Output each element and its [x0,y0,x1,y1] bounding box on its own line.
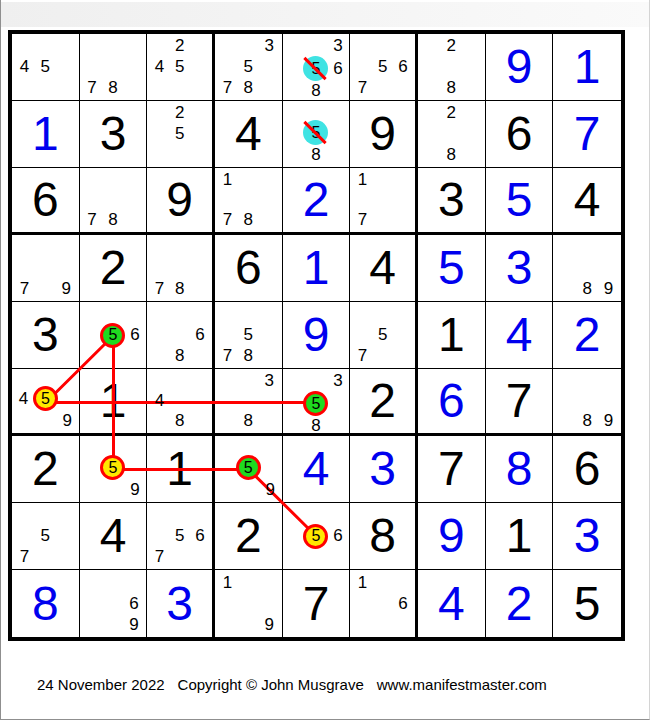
given-digit: 4 [369,244,396,292]
cell-r9c5[interactable]: 7 [283,570,351,637]
cell-r3c8[interactable]: 5 [486,168,554,235]
candidate-digit: 2 [175,36,184,56]
pencil-marks: 57 [352,304,413,366]
candidate-digit: 8 [582,279,591,299]
cell-r4c4[interactable]: 6 [215,235,283,302]
pencil-marks: 78 [82,36,145,98]
cell-r6c5[interactable]: 358 [283,369,351,436]
candidate-digit: 8 [311,145,320,165]
cell-r4c1[interactable]: 79 [12,235,80,302]
candidate-digit: 2 [447,103,456,123]
cell-r7c8[interactable]: 8 [486,436,554,503]
cell-r1c4[interactable]: 3578 [215,34,283,101]
candidate-digit: 7 [223,78,232,98]
cell-r9c7[interactable]: 4 [418,570,486,637]
green-chain-node-circle: 5 [236,455,261,480]
candidate-digit: 8 [447,78,456,98]
solved-digit: 4 [438,580,465,628]
given-digit: 9 [369,110,396,158]
candidate-digit: 8 [244,210,253,230]
cell-r5c7[interactable]: 1 [418,302,486,369]
given-digit: 7 [303,580,330,628]
candidate-digit: 5 [244,325,253,345]
candidate-digit: 8 [447,145,456,165]
pencil-marks: 89 [555,237,619,299]
candidate-digit: 6 [195,325,204,345]
cell-r7c6[interactable]: 3 [350,436,418,503]
candidate-digit: 3 [333,36,342,56]
cell-r1c9[interactable]: 1 [553,34,621,101]
cell-r8c8[interactable]: 1 [486,503,554,570]
solved-digit: 1 [574,43,601,91]
candidate-digit: 9 [61,279,70,299]
pencil-marks: 58 [285,103,348,165]
board-grid: 4578245357835685672891132545892867678917… [12,34,621,637]
cell-r2c4[interactable]: 4 [215,101,283,168]
pencil-marks: 567 [149,505,210,567]
cell-r9c6[interactable]: 16 [350,570,418,637]
pencil-marks: 56 [285,505,348,567]
footer-copyright: Copyright © John Musgrave [178,676,364,693]
cell-r5c5[interactable]: 9 [283,302,351,369]
cell-r7c5[interactable]: 4 [283,436,351,503]
given-digit: 3 [438,176,465,224]
candidate-digit: 8 [311,81,320,101]
pencil-marks: 17 [352,170,413,230]
cell-r8c7[interactable]: 9 [418,503,486,570]
cell-r3c1[interactable]: 6 [12,168,80,235]
cell-r5c9[interactable]: 2 [553,302,621,369]
candidate-digit: 7 [358,78,367,98]
given-digit: 1 [100,377,127,425]
cell-r6c3[interactable]: 48 [147,369,215,436]
cell-r2c7[interactable]: 28 [418,101,486,168]
candidate-digit: 7 [223,346,232,366]
cell-r9c2[interactable]: 69 [80,570,148,637]
candidate-digit: 6 [333,526,342,546]
solved-digit: 2 [506,580,533,628]
candidate-digit: 6 [398,594,407,614]
cell-r4c3[interactable]: 78 [147,235,215,302]
cell-r9c8[interactable]: 2 [486,570,554,637]
pencil-marks: 459 [14,371,77,431]
given-digit: 4 [574,176,601,224]
cell-r5c6[interactable]: 57 [350,302,418,369]
given-digit: 5 [574,580,601,628]
candidate-digit: 1 [358,170,367,190]
cell-r9c1[interactable]: 8 [12,570,80,637]
pencil-marks: 358 [285,371,348,431]
cell-r1c1[interactable]: 45 [12,34,80,101]
candidate-digit: 8 [175,279,184,299]
pencil-marks: 3568 [285,36,348,98]
given-digit: 4 [100,512,127,560]
given-digit: 1 [506,512,533,560]
cell-r4c9[interactable]: 89 [553,235,621,302]
candidate-digit: 6 [398,57,407,77]
candidate-digit: 3 [264,36,273,56]
solved-digit: 3 [506,244,533,292]
pencil-marks: 45 [14,36,77,98]
cell-r3c4[interactable]: 178 [215,168,283,235]
cell-r4c5[interactable]: 1 [283,235,351,302]
solved-digit: 1 [32,110,59,158]
solved-digit: 3 [166,580,193,628]
solved-digit: 2 [574,311,601,359]
solved-digit: 4 [506,311,533,359]
candidate-digit: 7 [223,210,232,230]
pencil-marks: 56 [82,304,145,366]
eliminated-candidate-circle: 5 [303,56,328,81]
solved-digit: 8 [506,445,533,493]
given-digit: 7 [438,445,465,493]
footer-website: www.manifestmaster.com [377,676,547,693]
cell-r2c5[interactable]: 58 [283,101,351,168]
cell-r5c1[interactable]: 3 [12,302,80,369]
given-digit: 7 [506,377,533,425]
solved-digit: 7 [574,110,601,158]
yellow-chain-node-circle: 5 [303,524,328,549]
pencil-marks: 78 [82,170,145,230]
cell-r3c5[interactable]: 2 [283,168,351,235]
cell-r3c2[interactable]: 78 [80,168,148,235]
cell-r7c1[interactable]: 2 [12,436,80,503]
pencil-marks: 57 [14,505,77,567]
cell-r8c6[interactable]: 8 [350,503,418,570]
candidate-digit: 6 [130,325,139,345]
cell-r6c4[interactable]: 38 [215,369,283,436]
solved-digit: 6 [438,377,465,425]
candidate-digit: 5 [244,57,253,77]
candidate-digit: 8 [244,411,253,431]
candidate-digit: 5 [175,57,184,77]
cell-r2c3[interactable]: 25 [147,101,215,168]
cell-r1c8[interactable]: 9 [486,34,554,101]
cell-r9c3[interactable]: 3 [147,570,215,637]
given-digit: 6 [32,176,59,224]
given-digit: 9 [166,176,193,224]
cell-r1c3[interactable]: 245 [147,34,215,101]
candidate-digit: 7 [87,210,96,230]
pencil-marks: 59 [82,438,145,500]
cell-r8c2[interactable]: 4 [80,503,148,570]
cell-r4c2[interactable]: 2 [80,235,148,302]
cell-r4c8[interactable]: 3 [486,235,554,302]
pencil-marks: 3578 [217,36,280,98]
solved-digit: 5 [506,176,533,224]
candidate-digit: 9 [129,615,138,635]
candidate-digit: 7 [20,547,29,567]
solved-digit: 9 [438,512,465,560]
solved-digit: 2 [303,176,330,224]
cell-r3c9[interactable]: 4 [553,168,621,235]
pencil-marks: 25 [149,103,210,165]
cell-r6c2[interactable]: 1 [80,369,148,436]
candidate-digit: 8 [108,78,117,98]
cell-r3c6[interactable]: 17 [350,168,418,235]
cell-r7c9[interactable]: 6 [553,436,621,503]
pencil-marks: 79 [14,237,77,299]
given-digit: 6 [235,244,262,292]
cell-r6c6[interactable]: 2 [350,369,418,436]
pencil-marks: 19 [217,572,280,635]
candidate-digit: 8 [175,411,184,431]
cell-r5c4[interactable]: 578 [215,302,283,369]
candidate-digit: 6 [333,59,342,79]
candidate-digit: 8 [582,411,591,431]
candidate-digit: 1 [223,170,232,190]
green-chain-node-circle: 5 [100,323,125,348]
given-digit: 2 [32,445,59,493]
candidate-digit: 7 [155,279,164,299]
candidate-digit: 5 [41,57,50,77]
eliminated-candidate-circle: 5 [303,120,328,145]
candidate-digit: 4 [19,389,28,409]
cell-r8c1[interactable]: 57 [12,503,80,570]
candidate-digit: 5 [378,325,387,345]
given-digit: 1 [438,311,465,359]
given-digit: 6 [506,110,533,158]
pencil-marks: 28 [420,103,483,165]
pencil-marks: 567 [352,36,413,98]
cell-r5c8[interactable]: 4 [486,302,554,369]
given-digit: 8 [369,512,396,560]
window-frame: 4578245357835685672891132545892867678917… [0,0,650,720]
green-chain-node-circle: 5 [303,391,328,416]
candidate-digit: 5 [41,526,50,546]
cell-r7c3[interactable]: 1 [147,436,215,503]
candidate-digit: 2 [175,103,184,123]
cell-r1c5[interactable]: 3568 [283,34,351,101]
candidate-digit: 9 [130,480,139,500]
given-digit: 3 [100,110,127,158]
candidate-digit: 4 [20,57,29,77]
candidate-digit: 9 [63,411,72,431]
cell-r6c7[interactable]: 6 [418,369,486,436]
pencil-marks: 28 [420,36,483,98]
cell-r2c8[interactable]: 6 [486,101,554,168]
pencil-marks: 78 [149,237,210,299]
solved-digit: 8 [32,580,59,628]
candidate-digit: 5 [378,57,387,77]
cell-r6c9[interactable]: 89 [553,369,621,436]
candidate-digit: 9 [264,615,273,635]
candidate-digit: 1 [223,573,232,593]
solved-digit: 9 [303,311,330,359]
cell-r5c3[interactable]: 68 [147,302,215,369]
footer: 24 November 2022 Copyright © John Musgra… [37,676,547,693]
cell-r1c6[interactable]: 567 [350,34,418,101]
cell-r7c7[interactable]: 7 [418,436,486,503]
candidate-digit: 3 [333,371,342,391]
pencil-marks: 68 [149,304,210,366]
candidate-digit: 8 [108,210,117,230]
candidate-digit: 1 [358,573,367,593]
cell-r8c9[interactable]: 3 [553,503,621,570]
candidate-digit: 9 [604,279,613,299]
cell-r9c9[interactable]: 5 [553,570,621,637]
cell-r1c2[interactable]: 78 [80,34,148,101]
given-digit: 1 [166,445,193,493]
pencil-marks: 38 [217,371,280,431]
candidate-digit: 5 [175,124,184,144]
candidate-digit: 4 [155,391,164,411]
solved-digit: 9 [506,43,533,91]
yellow-chain-node-circle: 5 [100,455,125,480]
candidate-digit: 6 [195,526,204,546]
candidate-digit: 8 [244,78,253,98]
candidate-digit: 2 [447,36,456,56]
cell-r5c2[interactable]: 56 [80,302,148,369]
pencil-marks: 48 [149,371,210,431]
candidate-digit: 5 [175,526,184,546]
pencil-marks: 69 [82,572,145,635]
candidate-digit: 9 [604,411,613,431]
window-titlebar [1,2,649,27]
candidate-digit: 4 [155,57,164,77]
candidate-digit: 7 [20,279,29,299]
solved-digit: 5 [438,244,465,292]
pencil-marks: 59 [217,438,280,500]
cell-r9c4[interactable]: 19 [215,570,283,637]
yellow-chain-node-circle: 5 [33,386,58,411]
candidate-digit: 7 [358,210,367,230]
candidate-digit: 7 [358,346,367,366]
cell-r8c3[interactable]: 567 [147,503,215,570]
sudoku-board: 4578245357835685672891132545892867678917… [8,30,625,641]
cell-r2c2[interactable]: 3 [80,101,148,168]
cell-r8c4[interactable]: 2 [215,503,283,570]
cell-r1c7[interactable]: 28 [418,34,486,101]
solved-digit: 1 [303,244,330,292]
candidate-digit: 7 [155,547,164,567]
footer-date: 24 November 2022 [37,676,165,693]
pencil-marks: 178 [217,170,280,230]
cell-r2c6[interactable]: 9 [350,101,418,168]
solved-digit: 4 [303,445,330,493]
cell-r3c7[interactable]: 3 [418,168,486,235]
cell-r6c1[interactable]: 459 [12,369,80,436]
solved-digit: 3 [574,512,601,560]
solved-digit: 3 [369,445,396,493]
candidate-digit: 8 [311,416,320,436]
cell-r7c4[interactable]: 59 [215,436,283,503]
given-digit: 4 [235,110,262,158]
cell-r8c5[interactable]: 56 [283,503,351,570]
candidate-digit: 9 [266,480,275,500]
given-digit: 6 [574,445,601,493]
cell-r4c7[interactable]: 5 [418,235,486,302]
pencil-marks: 16 [352,572,413,635]
cell-r3c3[interactable]: 9 [147,168,215,235]
cell-r4c6[interactable]: 4 [350,235,418,302]
cell-r2c9[interactable]: 7 [553,101,621,168]
given-digit: 2 [100,244,127,292]
candidate-digit: 8 [175,346,184,366]
cell-r7c2[interactable]: 59 [80,436,148,503]
given-digit: 2 [369,377,396,425]
pencil-marks: 245 [149,36,210,98]
cell-r6c8[interactable]: 7 [486,369,554,436]
candidate-digit: 8 [244,346,253,366]
pencil-marks: 578 [217,304,280,366]
pencil-marks: 89 [555,371,619,431]
cell-r2c1[interactable]: 1 [12,101,80,168]
candidate-digit: 3 [264,371,273,391]
candidate-digit: 6 [129,594,138,614]
candidate-digit: 7 [87,78,96,98]
given-digit: 3 [32,311,59,359]
given-digit: 2 [235,512,262,560]
